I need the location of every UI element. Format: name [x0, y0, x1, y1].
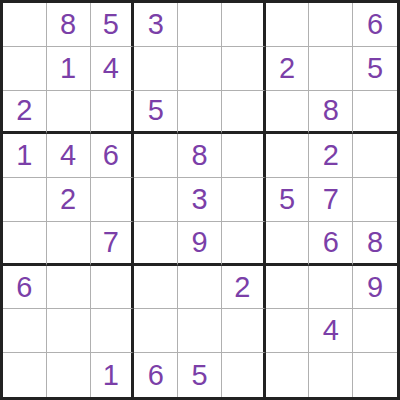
- cell-empty-r5c4[interactable]: [134, 178, 178, 222]
- cell-empty-r8c2[interactable]: [47, 309, 91, 353]
- cell-given-r8c8[interactable]: 4: [309, 309, 353, 353]
- cell-given-r7c6[interactable]: 2: [222, 266, 266, 310]
- cell-given-r1c4[interactable]: 3: [134, 3, 178, 47]
- cell-empty-r5c3[interactable]: [91, 178, 135, 222]
- cell-empty-r3c3[interactable]: [91, 91, 135, 135]
- cell-empty-r9c6[interactable]: [222, 353, 266, 397]
- cell-empty-r8c6[interactable]: [222, 309, 266, 353]
- cell-given-r9c4[interactable]: 6: [134, 353, 178, 397]
- cell-given-r1c2[interactable]: 8: [47, 3, 91, 47]
- cell-empty-r1c8[interactable]: [309, 3, 353, 47]
- cell-empty-r5c1[interactable]: [3, 178, 47, 222]
- cell-empty-r7c8[interactable]: [309, 266, 353, 310]
- cell-empty-r3c5[interactable]: [178, 91, 222, 135]
- cell-empty-r3c7[interactable]: [266, 91, 310, 135]
- cell-empty-r7c5[interactable]: [178, 266, 222, 310]
- cell-given-r4c1[interactable]: 1: [3, 134, 47, 178]
- cell-empty-r8c3[interactable]: [91, 309, 135, 353]
- cell-empty-r7c7[interactable]: [266, 266, 310, 310]
- cell-given-r7c1[interactable]: 6: [3, 266, 47, 310]
- cell-empty-r3c6[interactable]: [222, 91, 266, 135]
- cell-given-r9c5[interactable]: 5: [178, 353, 222, 397]
- cell-empty-r2c5[interactable]: [178, 47, 222, 91]
- cell-given-r7c9[interactable]: 9: [353, 266, 397, 310]
- cell-given-r5c5[interactable]: 3: [178, 178, 222, 222]
- cell-given-r4c8[interactable]: 2: [309, 134, 353, 178]
- cell-given-r5c2[interactable]: 2: [47, 178, 91, 222]
- cell-given-r2c9[interactable]: 5: [353, 47, 397, 91]
- cell-empty-r2c6[interactable]: [222, 47, 266, 91]
- cell-empty-r6c1[interactable]: [3, 222, 47, 266]
- cell-empty-r4c9[interactable]: [353, 134, 397, 178]
- cell-empty-r7c2[interactable]: [47, 266, 91, 310]
- cell-empty-r6c2[interactable]: [47, 222, 91, 266]
- cell-empty-r7c4[interactable]: [134, 266, 178, 310]
- cell-given-r6c5[interactable]: 9: [178, 222, 222, 266]
- cell-given-r3c4[interactable]: 5: [134, 91, 178, 135]
- cell-empty-r6c7[interactable]: [266, 222, 310, 266]
- cell-empty-r4c7[interactable]: [266, 134, 310, 178]
- cell-empty-r9c9[interactable]: [353, 353, 397, 397]
- cell-empty-r1c1[interactable]: [3, 3, 47, 47]
- cell-empty-r9c8[interactable]: [309, 353, 353, 397]
- cell-given-r4c5[interactable]: 8: [178, 134, 222, 178]
- cell-given-r2c2[interactable]: 1: [47, 47, 91, 91]
- cell-empty-r9c2[interactable]: [47, 353, 91, 397]
- cell-empty-r2c4[interactable]: [134, 47, 178, 91]
- cell-empty-r7c3[interactable]: [91, 266, 135, 310]
- cell-empty-r1c5[interactable]: [178, 3, 222, 47]
- cell-empty-r5c9[interactable]: [353, 178, 397, 222]
- cell-empty-r8c1[interactable]: [3, 309, 47, 353]
- cell-given-r6c9[interactable]: 8: [353, 222, 397, 266]
- cell-given-r2c7[interactable]: 2: [266, 47, 310, 91]
- cell-empty-r3c2[interactable]: [47, 91, 91, 135]
- cell-empty-r8c4[interactable]: [134, 309, 178, 353]
- cell-empty-r3c9[interactable]: [353, 91, 397, 135]
- cell-empty-r4c4[interactable]: [134, 134, 178, 178]
- cell-empty-r8c9[interactable]: [353, 309, 397, 353]
- cell-empty-r1c6[interactable]: [222, 3, 266, 47]
- cell-given-r3c1[interactable]: 2: [3, 91, 47, 135]
- cell-given-r4c2[interactable]: 4: [47, 134, 91, 178]
- cell-given-r2c3[interactable]: 4: [91, 47, 135, 91]
- cell-given-r4c3[interactable]: 6: [91, 134, 135, 178]
- cell-empty-r6c4[interactable]: [134, 222, 178, 266]
- cell-empty-r9c1[interactable]: [3, 353, 47, 397]
- cell-given-r5c8[interactable]: 7: [309, 178, 353, 222]
- cell-given-r6c3[interactable]: 7: [91, 222, 135, 266]
- cell-empty-r6c6[interactable]: [222, 222, 266, 266]
- cell-empty-r4c6[interactable]: [222, 134, 266, 178]
- cell-given-r3c8[interactable]: 8: [309, 91, 353, 135]
- cell-given-r9c3[interactable]: 1: [91, 353, 135, 397]
- cell-empty-r9c7[interactable]: [266, 353, 310, 397]
- sudoku-board: 8536142525814682235779686294165: [0, 0, 400, 400]
- cell-empty-r1c7[interactable]: [266, 3, 310, 47]
- cell-given-r5c7[interactable]: 5: [266, 178, 310, 222]
- cell-given-r6c8[interactable]: 6: [309, 222, 353, 266]
- cell-given-r1c9[interactable]: 6: [353, 3, 397, 47]
- cell-given-r1c3[interactable]: 5: [91, 3, 135, 47]
- cell-empty-r8c7[interactable]: [266, 309, 310, 353]
- cell-empty-r2c1[interactable]: [3, 47, 47, 91]
- cell-empty-r2c8[interactable]: [309, 47, 353, 91]
- cell-empty-r8c5[interactable]: [178, 309, 222, 353]
- cell-empty-r5c6[interactable]: [222, 178, 266, 222]
